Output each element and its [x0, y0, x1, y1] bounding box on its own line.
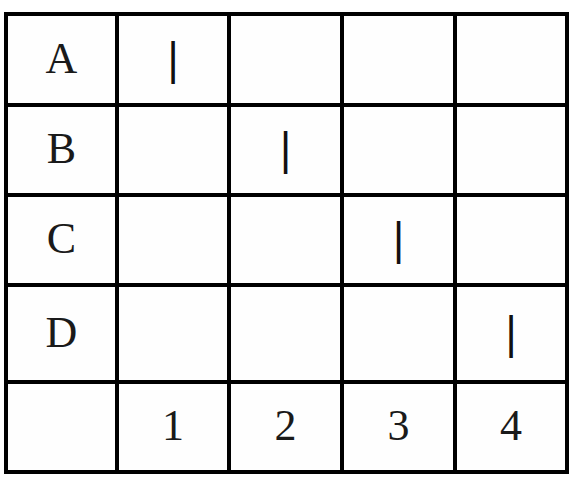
cell-C2 [231, 197, 344, 287]
cell-A4 [457, 16, 565, 107]
cell-C4 [457, 197, 565, 287]
row-label-cell-A: A [8, 16, 119, 107]
cell-D1 [119, 287, 231, 384]
cell-C3: | [344, 197, 457, 287]
row-label-cell-C: C [8, 197, 119, 287]
col-label-cell-4: 4 [457, 384, 565, 470]
cell-B3 [344, 107, 457, 197]
logic-grid-board: A | B | C | D | 1 2 3 4 [4, 12, 569, 474]
row-label-cell-B: B [8, 107, 119, 197]
col-label-cell-3: 3 [344, 384, 457, 470]
row-label-cell-D: D [8, 287, 119, 384]
cell-B1 [119, 107, 231, 197]
cell-D3 [344, 287, 457, 384]
cell-A2 [231, 16, 344, 107]
col-label-cell-1: 1 [119, 384, 231, 470]
cell-A1: | [119, 16, 231, 107]
cell-B2: | [231, 107, 344, 197]
cell-D4: | [457, 287, 565, 384]
corner-cell [8, 384, 119, 470]
cell-D2 [231, 287, 344, 384]
cell-B4 [457, 107, 565, 197]
cell-C1 [119, 197, 231, 287]
cell-A3 [344, 16, 457, 107]
col-label-cell-2: 2 [231, 384, 344, 470]
